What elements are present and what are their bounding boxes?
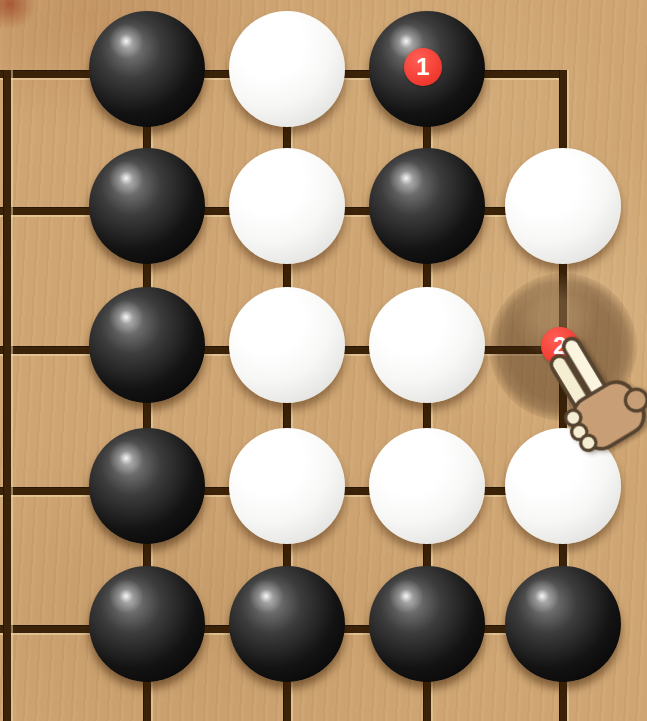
white-stone: [229, 148, 345, 264]
grid-line-vertical: [3, 70, 11, 721]
black-stone: [89, 148, 205, 264]
white-stone: [505, 148, 621, 264]
move-1-badge: 1: [404, 48, 442, 86]
black-stone: [89, 566, 205, 682]
black-stone: [229, 566, 345, 682]
white-stone: [229, 11, 345, 127]
black-stone: [89, 428, 205, 544]
black-stone: [89, 11, 205, 127]
white-stone: [369, 287, 485, 403]
black-stone: [505, 566, 621, 682]
black-stone: [369, 566, 485, 682]
white-stone: [229, 287, 345, 403]
go-board[interactable]: 12: [0, 0, 647, 721]
black-stone: [369, 148, 485, 264]
black-stone: [89, 287, 205, 403]
white-stone: [369, 428, 485, 544]
white-stone: [229, 428, 345, 544]
